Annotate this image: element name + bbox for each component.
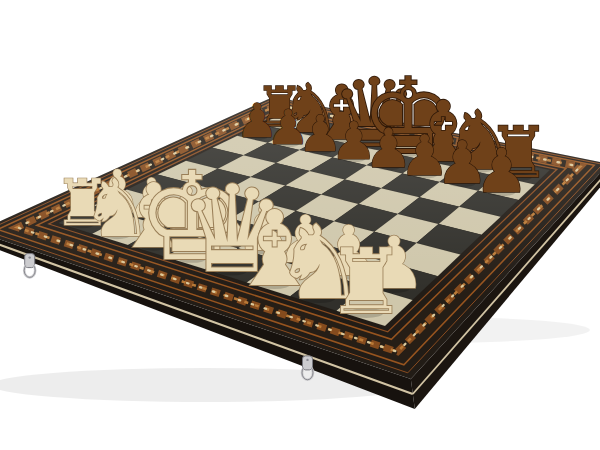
chess-board: ♜♞♝♛♚♝♞♜♟♟♟♟♟♟♟♟♟♟♟♟♟♟♟♟♜♞♝♚♛♝♞♜ xyxy=(0,0,600,450)
chess-set-photo: ♜♞♝♛♚♝♞♜♟♟♟♟♟♟♟♟♟♟♟♟♟♟♟♟♜♞♝♚♛♝♞♜ xyxy=(0,0,600,450)
piece-white-rook: ♜ xyxy=(326,229,407,334)
piece-black-pawn: ♟ xyxy=(474,135,529,206)
clasp-icon-left xyxy=(24,254,35,278)
